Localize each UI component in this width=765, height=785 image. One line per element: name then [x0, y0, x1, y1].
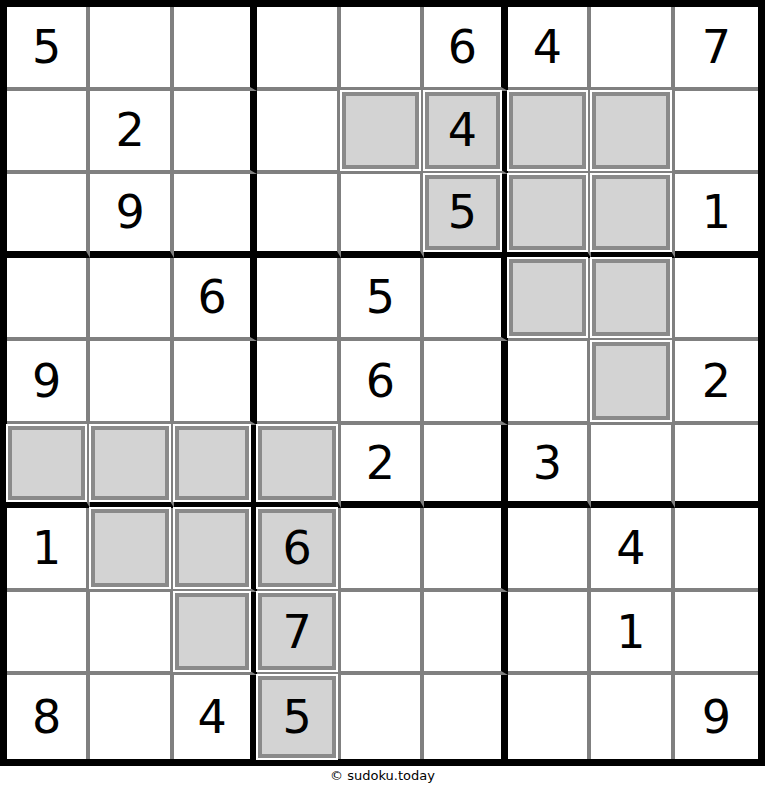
sudoku-cell-r1c8[interactable] [591, 7, 674, 91]
sudoku-cell-r8c9[interactable] [675, 592, 758, 676]
sudoku-cell-r3c3[interactable] [174, 174, 257, 258]
cell-value: 5 [7, 7, 86, 87]
shaded-region-cell [258, 426, 335, 501]
cell-value: 5 [341, 258, 420, 338]
sudoku-cell-r3c6[interactable]: 5 [424, 174, 507, 258]
sudoku-cell-r2c8[interactable] [591, 91, 674, 175]
shaded-region-cell [592, 92, 669, 170]
sudoku-cell-r6c1[interactable] [7, 425, 90, 509]
sudoku-cell-r7c8[interactable]: 4 [591, 508, 674, 592]
shaded-region-cell [91, 509, 168, 587]
cell-value: 2 [341, 425, 420, 502]
shaded-region-cell [175, 426, 249, 501]
sudoku-cell-r3c9[interactable]: 1 [675, 174, 758, 258]
sudoku-cell-r5c1[interactable]: 9 [7, 341, 90, 425]
cell-value: 7 [257, 592, 336, 672]
sudoku-cell-r2c3[interactable] [174, 91, 257, 175]
sudoku-cell-r8c6[interactable] [424, 592, 507, 676]
sudoku-cell-r8c3[interactable] [174, 592, 257, 676]
cell-value: 9 [675, 675, 758, 759]
sudoku-cell-r9c5[interactable] [341, 675, 424, 759]
sudoku-cell-r8c7[interactable] [508, 592, 591, 676]
sudoku-cell-r8c8[interactable]: 1 [591, 592, 674, 676]
sudoku-cell-r6c2[interactable] [90, 425, 173, 509]
sudoku-cell-r2c1[interactable] [7, 91, 90, 175]
sudoku-cell-r8c2[interactable] [90, 592, 173, 676]
sudoku-cell-r8c1[interactable] [7, 592, 90, 676]
sudoku-cell-r6c6[interactable] [424, 425, 507, 509]
sudoku-cell-r7c6[interactable] [424, 508, 507, 592]
sudoku-cell-r7c2[interactable] [90, 508, 173, 592]
sudoku-cell-r2c9[interactable] [675, 91, 758, 175]
sudoku-cell-r2c2[interactable]: 2 [90, 91, 173, 175]
sudoku-cell-r7c4[interactable]: 6 [257, 508, 340, 592]
cell-value: 5 [257, 675, 336, 759]
sudoku-cell-r2c6[interactable]: 4 [424, 91, 507, 175]
sudoku-cell-r8c5[interactable] [341, 592, 424, 676]
sudoku-cell-r9c2[interactable] [90, 675, 173, 759]
cell-value: 2 [675, 341, 758, 421]
cell-value: 4 [508, 7, 587, 87]
sudoku-cell-r6c5[interactable]: 2 [341, 425, 424, 509]
cell-value: 1 [7, 508, 86, 588]
sudoku-cell-r5c6[interactable] [424, 341, 507, 425]
sudoku-cell-r4c2[interactable] [90, 258, 173, 342]
sudoku-cell-r4c7[interactable] [508, 258, 591, 342]
sudoku-cell-r2c5[interactable] [341, 91, 424, 175]
shaded-region-cell [342, 92, 419, 170]
sudoku-cell-r9c4[interactable]: 5 [257, 675, 340, 759]
shaded-region-cell [592, 342, 669, 420]
sudoku-cell-r9c9[interactable]: 9 [675, 675, 758, 759]
cell-value: 9 [7, 341, 86, 421]
cell-value: 5 [424, 174, 500, 251]
sudoku-cell-r4c8[interactable] [591, 258, 674, 342]
sudoku-cell-r6c7[interactable]: 3 [508, 425, 591, 509]
sudoku-cell-r5c7[interactable] [508, 341, 591, 425]
sudoku-cell-r1c7[interactable]: 4 [508, 7, 591, 91]
sudoku-cell-r8c4[interactable]: 7 [257, 592, 340, 676]
sudoku-cell-r1c1[interactable]: 5 [7, 7, 90, 91]
sudoku-cell-r9c6[interactable] [424, 675, 507, 759]
sudoku-cell-r5c9[interactable]: 2 [675, 341, 758, 425]
shaded-region-cell [509, 92, 586, 170]
sudoku-cell-r9c8[interactable] [591, 675, 674, 759]
sudoku-cell-r1c6[interactable]: 6 [424, 7, 507, 91]
sudoku-cell-r4c9[interactable] [675, 258, 758, 342]
sudoku-cell-r3c2[interactable]: 9 [90, 174, 173, 258]
sudoku-cell-r5c8[interactable] [591, 341, 674, 425]
sudoku-cell-r2c4[interactable] [257, 91, 340, 175]
sudoku-cell-r4c3[interactable]: 6 [174, 258, 257, 342]
cell-value: 1 [591, 592, 670, 672]
sudoku-cell-r7c7[interactable] [508, 508, 591, 592]
cell-value: 6 [424, 7, 500, 87]
sudoku-cell-r5c5[interactable]: 6 [341, 341, 424, 425]
sudoku-board: 5647249516596223164718459 [0, 0, 765, 766]
sudoku-cell-r4c6[interactable] [424, 258, 507, 342]
shaded-region-cell [91, 426, 168, 501]
shaded-region-cell [509, 259, 586, 337]
shaded-region-cell [175, 593, 249, 671]
sudoku-cell-r7c9[interactable] [675, 508, 758, 592]
sudoku-cell-r7c3[interactable] [174, 508, 257, 592]
cell-value: 4 [424, 91, 500, 171]
sudoku-cell-r6c4[interactable] [257, 425, 340, 509]
sudoku-cell-r1c2[interactable] [90, 7, 173, 91]
cell-value: 3 [508, 425, 587, 502]
footer-credit: © sudoku.today [330, 768, 435, 783]
sudoku-cell-r9c3[interactable]: 4 [174, 675, 257, 759]
cell-value: 4 [591, 508, 670, 588]
sudoku-cell-r9c7[interactable] [508, 675, 591, 759]
sudoku-cell-r5c3[interactable] [174, 341, 257, 425]
shaded-region-cell [8, 426, 85, 501]
sudoku-cell-r4c1[interactable] [7, 258, 90, 342]
shaded-region-cell [592, 259, 669, 337]
sudoku-cell-r6c3[interactable] [174, 425, 257, 509]
cell-value: 6 [341, 341, 420, 421]
cell-value: 2 [90, 91, 169, 171]
sudoku-cell-r7c5[interactable] [341, 508, 424, 592]
sudoku-cell-r3c1[interactable] [7, 174, 90, 258]
sudoku-cell-r6c9[interactable] [675, 425, 758, 509]
cell-value: 4 [174, 675, 250, 759]
cell-value: 7 [675, 7, 758, 87]
sudoku-cell-r3c4[interactable] [257, 174, 340, 258]
sudoku-cell-r3c5[interactable] [341, 174, 424, 258]
sudoku-cell-r1c3[interactable] [174, 7, 257, 91]
footer: © sudoku.today [0, 766, 765, 785]
sudoku-cell-r1c9[interactable]: 7 [675, 7, 758, 91]
sudoku-cell-r1c4[interactable] [257, 7, 340, 91]
sudoku-cell-r2c7[interactable] [508, 91, 591, 175]
cell-value: 6 [174, 258, 250, 338]
cell-value: 1 [675, 174, 758, 251]
sudoku-cell-r7c1[interactable]: 1 [7, 508, 90, 592]
sudoku-cell-r3c8[interactable] [591, 174, 674, 258]
cell-value: 9 [90, 174, 169, 251]
shaded-region-cell [592, 175, 669, 250]
sudoku-cell-r1c5[interactable] [341, 7, 424, 91]
sudoku-cell-r3c7[interactable] [508, 174, 591, 258]
shaded-region-cell [509, 175, 586, 250]
sudoku-cell-r5c4[interactable] [257, 341, 340, 425]
sudoku-cell-r4c4[interactable] [257, 258, 340, 342]
sudoku-cell-r5c2[interactable] [90, 341, 173, 425]
cell-value: 6 [257, 508, 336, 588]
sudoku-cell-r6c8[interactable] [591, 425, 674, 509]
cell-value: 8 [7, 675, 86, 759]
shaded-region-cell [175, 509, 249, 587]
sudoku-cell-r9c1[interactable]: 8 [7, 675, 90, 759]
sudoku-cell-r4c5[interactable]: 5 [341, 258, 424, 342]
